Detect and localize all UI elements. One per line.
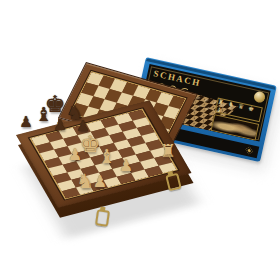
brass-clasp-icon xyxy=(95,209,110,227)
brand-diamond-icon xyxy=(246,147,253,155)
piece-dark-pawn: ♟ xyxy=(19,115,32,130)
gold-seal-icon xyxy=(253,90,266,103)
chess-set-product-photo: SCHACH ♜ ♞ ♛ ♚ ♝ ♟♝♚♟♞♟♟♚♝♟♜♞♟ xyxy=(0,0,280,280)
piece-dark-bishop: ♝ xyxy=(35,105,52,124)
